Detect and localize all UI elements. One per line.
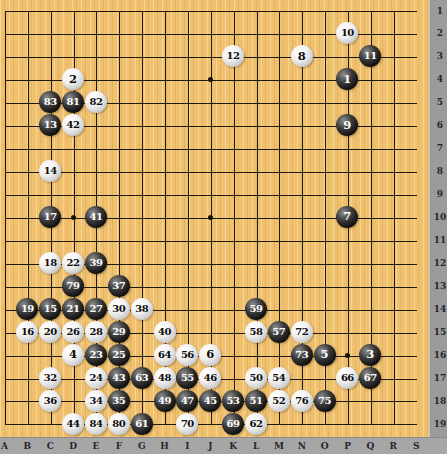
intersection-L1[interactable] — [245, 0, 268, 22]
intersection-Q10[interactable] — [359, 206, 382, 229]
intersection-D9[interactable] — [62, 183, 85, 206]
intersection-C1[interactable] — [39, 0, 62, 22]
stone-black-63[interactable]: 63 — [131, 367, 153, 389]
stone-white-76[interactable]: 76 — [291, 390, 313, 412]
intersection-E12[interactable]: 39 — [85, 252, 108, 275]
intersection-E2[interactable] — [85, 22, 108, 45]
intersection-C11[interactable] — [39, 229, 62, 252]
intersection-F14[interactable]: 30 — [107, 298, 130, 321]
intersection-A4[interactable] — [0, 68, 16, 91]
stone-white-34[interactable]: 34 — [85, 390, 107, 412]
stone-white-20[interactable]: 20 — [39, 321, 61, 343]
stone-black-51[interactable]: 51 — [245, 390, 267, 412]
intersection-R18[interactable] — [382, 389, 405, 412]
stone-black-57[interactable]: 57 — [268, 321, 290, 343]
intersection-I10[interactable] — [176, 206, 199, 229]
intersection-J2[interactable] — [199, 22, 222, 45]
intersection-E14[interactable]: 27 — [85, 298, 108, 321]
intersection-H12[interactable] — [153, 252, 176, 275]
stone-white-52[interactable]: 52 — [268, 390, 290, 412]
intersection-Q3[interactable]: 11 — [359, 45, 382, 68]
intersection-K15[interactable] — [222, 321, 245, 344]
intersection-C15[interactable]: 20 — [39, 321, 62, 344]
intersection-I8[interactable] — [176, 160, 199, 183]
intersection-R4[interactable] — [382, 68, 405, 91]
intersection-B13[interactable] — [16, 275, 39, 298]
intersection-O7[interactable] — [313, 137, 336, 160]
intersection-B1[interactable] — [16, 0, 39, 22]
intersection-H11[interactable] — [153, 229, 176, 252]
intersection-S9[interactable] — [405, 183, 428, 206]
intersection-G5[interactable] — [130, 91, 153, 114]
intersection-D18[interactable] — [62, 389, 85, 412]
intersection-H18[interactable]: 49 — [153, 389, 176, 412]
intersection-B17[interactable] — [16, 367, 39, 390]
intersection-K14[interactable] — [222, 298, 245, 321]
intersection-L15[interactable]: 58 — [245, 321, 268, 344]
intersection-E9[interactable] — [85, 183, 108, 206]
intersection-G12[interactable] — [130, 252, 153, 275]
intersection-N11[interactable] — [290, 229, 313, 252]
intersection-D19[interactable]: 44 — [62, 412, 85, 435]
intersection-S15[interactable] — [405, 321, 428, 344]
intersection-K6[interactable] — [222, 114, 245, 137]
stone-black-15[interactable]: 15 — [39, 298, 61, 320]
intersection-M15[interactable]: 57 — [267, 321, 290, 344]
intersection-J19[interactable] — [199, 412, 222, 435]
intersection-O2[interactable] — [313, 22, 336, 45]
intersection-P14[interactable] — [336, 298, 359, 321]
intersection-N19[interactable] — [290, 412, 313, 435]
intersection-N15[interactable]: 72 — [290, 321, 313, 344]
intersection-P19[interactable] — [336, 412, 359, 435]
intersection-R2[interactable] — [382, 22, 405, 45]
intersection-M7[interactable] — [267, 137, 290, 160]
intersection-H4[interactable] — [153, 68, 176, 91]
stone-black-79[interactable]: 79 — [62, 275, 84, 297]
intersection-O5[interactable] — [313, 91, 336, 114]
intersection-G6[interactable] — [130, 114, 153, 137]
intersection-G7[interactable] — [130, 137, 153, 160]
intersection-O1[interactable] — [313, 0, 336, 22]
stone-black-49[interactable]: 49 — [154, 390, 176, 412]
intersection-S12[interactable] — [405, 252, 428, 275]
intersection-P15[interactable] — [336, 321, 359, 344]
stone-black-67[interactable]: 67 — [359, 367, 381, 389]
intersection-R8[interactable] — [382, 160, 405, 183]
stone-white-12[interactable]: 12 — [222, 45, 244, 67]
intersection-D4[interactable]: 2 — [62, 68, 85, 91]
intersection-Q18[interactable] — [359, 389, 382, 412]
intersection-P2[interactable]: 10 — [336, 22, 359, 45]
intersection-G3[interactable] — [130, 45, 153, 68]
intersection-G2[interactable] — [130, 22, 153, 45]
stone-white-80[interactable]: 80 — [108, 413, 130, 435]
intersection-B16[interactable] — [16, 344, 39, 367]
intersection-B8[interactable] — [16, 160, 39, 183]
intersection-G13[interactable] — [130, 275, 153, 298]
intersection-G8[interactable] — [130, 160, 153, 183]
intersection-G9[interactable] — [130, 183, 153, 206]
intersection-H9[interactable] — [153, 183, 176, 206]
intersection-I15[interactable] — [176, 321, 199, 344]
intersection-Q19[interactable] — [359, 412, 382, 435]
stone-black-27[interactable]: 27 — [85, 298, 107, 320]
stone-black-35[interactable]: 35 — [108, 390, 130, 412]
intersection-N3[interactable]: 8 — [290, 45, 313, 68]
intersection-G19[interactable]: 61 — [130, 412, 153, 435]
intersection-R9[interactable] — [382, 183, 405, 206]
stone-black-1[interactable]: 1 — [336, 68, 358, 90]
intersection-H2[interactable] — [153, 22, 176, 45]
intersection-J11[interactable] — [199, 229, 222, 252]
stone-white-40[interactable]: 40 — [154, 321, 176, 343]
intersection-K1[interactable] — [222, 0, 245, 22]
intersection-C19[interactable] — [39, 412, 62, 435]
intersection-O10[interactable] — [313, 206, 336, 229]
intersection-J6[interactable] — [199, 114, 222, 137]
intersection-B12[interactable] — [16, 252, 39, 275]
intersection-S13[interactable] — [405, 275, 428, 298]
stone-black-43[interactable]: 43 — [108, 367, 130, 389]
intersection-H15[interactable]: 40 — [153, 321, 176, 344]
stone-black-75[interactable]: 75 — [314, 390, 336, 412]
intersection-B2[interactable] — [16, 22, 39, 45]
intersection-F7[interactable] — [107, 137, 130, 160]
intersection-Q11[interactable] — [359, 229, 382, 252]
intersection-L17[interactable]: 50 — [245, 367, 268, 390]
intersection-A1[interactable] — [0, 0, 16, 22]
stone-white-2[interactable]: 2 — [62, 68, 84, 90]
intersection-R1[interactable] — [382, 0, 405, 22]
intersection-S10[interactable] — [405, 206, 428, 229]
intersection-Q14[interactable] — [359, 298, 382, 321]
intersection-H10[interactable] — [153, 206, 176, 229]
intersection-A14[interactable] — [0, 298, 16, 321]
intersection-B3[interactable] — [16, 45, 39, 68]
intersection-A12[interactable] — [0, 252, 16, 275]
intersection-D14[interactable]: 21 — [62, 298, 85, 321]
intersection-C10[interactable]: 17 — [39, 206, 62, 229]
intersection-C4[interactable] — [39, 68, 62, 91]
stone-white-42[interactable]: 42 — [62, 114, 84, 136]
intersection-J12[interactable] — [199, 252, 222, 275]
intersection-A5[interactable] — [0, 91, 16, 114]
intersection-I9[interactable] — [176, 183, 199, 206]
intersection-I4[interactable] — [176, 68, 199, 91]
intersection-D3[interactable] — [62, 45, 85, 68]
intersection-D17[interactable] — [62, 367, 85, 390]
stone-white-28[interactable]: 28 — [85, 321, 107, 343]
intersection-A8[interactable] — [0, 160, 16, 183]
intersection-L18[interactable]: 51 — [245, 389, 268, 412]
intersection-J5[interactable] — [199, 91, 222, 114]
intersection-H1[interactable] — [153, 0, 176, 22]
intersection-C18[interactable]: 36 — [39, 389, 62, 412]
intersection-S4[interactable] — [405, 68, 428, 91]
intersection-O12[interactable] — [313, 252, 336, 275]
intersection-N10[interactable] — [290, 206, 313, 229]
intersection-D10[interactable] — [62, 206, 85, 229]
intersection-L6[interactable] — [245, 114, 268, 137]
stone-black-37[interactable]: 37 — [108, 275, 130, 297]
intersection-G18[interactable] — [130, 389, 153, 412]
stone-black-3[interactable]: 3 — [359, 344, 381, 366]
stone-white-56[interactable]: 56 — [176, 344, 198, 366]
intersection-R12[interactable] — [382, 252, 405, 275]
intersection-A17[interactable] — [0, 367, 16, 390]
intersection-I18[interactable]: 47 — [176, 389, 199, 412]
intersection-H5[interactable] — [153, 91, 176, 114]
intersection-P16[interactable] — [336, 344, 359, 367]
stone-black-61[interactable]: 61 — [131, 413, 153, 435]
stone-white-46[interactable]: 46 — [199, 367, 221, 389]
intersection-P13[interactable] — [336, 275, 359, 298]
intersection-D2[interactable] — [62, 22, 85, 45]
intersection-M5[interactable] — [267, 91, 290, 114]
intersection-H13[interactable] — [153, 275, 176, 298]
intersection-I19[interactable]: 70 — [176, 412, 199, 435]
stone-white-38[interactable]: 38 — [131, 298, 153, 320]
intersection-J13[interactable] — [199, 275, 222, 298]
intersection-Q13[interactable] — [359, 275, 382, 298]
intersection-A13[interactable] — [0, 275, 16, 298]
intersection-E13[interactable] — [85, 275, 108, 298]
intersection-N7[interactable] — [290, 137, 313, 160]
intersection-M10[interactable] — [267, 206, 290, 229]
intersection-C2[interactable] — [39, 22, 62, 45]
intersection-R13[interactable] — [382, 275, 405, 298]
stone-white-72[interactable]: 72 — [291, 321, 313, 343]
stone-white-82[interactable]: 82 — [85, 91, 107, 113]
intersection-N13[interactable] — [290, 275, 313, 298]
intersection-G14[interactable]: 38 — [130, 298, 153, 321]
stone-black-81[interactable]: 81 — [62, 91, 84, 113]
intersection-S19[interactable] — [405, 412, 428, 435]
stone-black-41[interactable]: 41 — [85, 206, 107, 228]
intersection-A19[interactable] — [0, 412, 16, 435]
intersection-P1[interactable] — [336, 0, 359, 22]
stone-white-58[interactable]: 58 — [245, 321, 267, 343]
intersection-Q8[interactable] — [359, 160, 382, 183]
stone-black-73[interactable]: 73 — [291, 344, 313, 366]
intersection-N1[interactable] — [290, 0, 313, 22]
intersection-Q12[interactable] — [359, 252, 382, 275]
intersection-P3[interactable] — [336, 45, 359, 68]
intersection-C5[interactable]: 83 — [39, 91, 62, 114]
intersection-L7[interactable] — [245, 137, 268, 160]
intersection-D13[interactable]: 79 — [62, 275, 85, 298]
intersection-G1[interactable] — [130, 0, 153, 22]
intersection-K19[interactable]: 69 — [222, 412, 245, 435]
intersection-O6[interactable] — [313, 114, 336, 137]
intersection-A7[interactable] — [0, 137, 16, 160]
intersection-I6[interactable] — [176, 114, 199, 137]
intersection-G16[interactable] — [130, 344, 153, 367]
intersection-I16[interactable]: 56 — [176, 344, 199, 367]
intersection-F18[interactable]: 35 — [107, 389, 130, 412]
intersection-I3[interactable] — [176, 45, 199, 68]
intersection-M11[interactable] — [267, 229, 290, 252]
intersection-E6[interactable] — [85, 114, 108, 137]
intersection-A2[interactable] — [0, 22, 16, 45]
stone-white-24[interactable]: 24 — [85, 367, 107, 389]
intersection-H19[interactable] — [153, 412, 176, 435]
intersection-H17[interactable]: 48 — [153, 367, 176, 390]
stone-black-47[interactable]: 47 — [176, 390, 198, 412]
intersection-N18[interactable]: 76 — [290, 389, 313, 412]
stone-black-7[interactable]: 7 — [336, 206, 358, 228]
intersection-B7[interactable] — [16, 137, 39, 160]
intersection-D11[interactable] — [62, 229, 85, 252]
intersection-R6[interactable] — [382, 114, 405, 137]
intersection-R17[interactable] — [382, 367, 405, 390]
intersection-Q17[interactable]: 67 — [359, 367, 382, 390]
intersection-N14[interactable] — [290, 298, 313, 321]
intersection-K3[interactable]: 12 — [222, 45, 245, 68]
intersection-R16[interactable] — [382, 344, 405, 367]
intersection-R3[interactable] — [382, 45, 405, 68]
intersection-I13[interactable] — [176, 275, 199, 298]
intersection-F10[interactable] — [107, 206, 130, 229]
stone-black-23[interactable]: 23 — [85, 344, 107, 366]
stone-white-36[interactable]: 36 — [39, 390, 61, 412]
intersection-D7[interactable] — [62, 137, 85, 160]
intersection-L9[interactable] — [245, 183, 268, 206]
intersection-D6[interactable]: 42 — [62, 114, 85, 137]
intersection-H16[interactable]: 64 — [153, 344, 176, 367]
intersection-E11[interactable] — [85, 229, 108, 252]
intersection-M9[interactable] — [267, 183, 290, 206]
intersection-S5[interactable] — [405, 91, 428, 114]
intersection-M17[interactable]: 54 — [267, 367, 290, 390]
stone-white-30[interactable]: 30 — [108, 298, 130, 320]
intersection-F15[interactable]: 29 — [107, 321, 130, 344]
intersection-A16[interactable] — [0, 344, 16, 367]
intersection-P6[interactable]: 9 — [336, 114, 359, 137]
intersection-Q7[interactable] — [359, 137, 382, 160]
intersection-E18[interactable]: 34 — [85, 389, 108, 412]
intersection-P17[interactable]: 66 — [336, 367, 359, 390]
stone-white-54[interactable]: 54 — [268, 367, 290, 389]
intersection-F4[interactable] — [107, 68, 130, 91]
intersection-O19[interactable] — [313, 412, 336, 435]
stone-white-16[interactable]: 16 — [16, 321, 38, 343]
intersection-O15[interactable] — [313, 321, 336, 344]
stone-black-39[interactable]: 39 — [85, 252, 107, 274]
intersection-K18[interactable]: 53 — [222, 389, 245, 412]
intersection-N6[interactable] — [290, 114, 313, 137]
intersection-J18[interactable]: 45 — [199, 389, 222, 412]
intersection-M12[interactable] — [267, 252, 290, 275]
stone-white-26[interactable]: 26 — [62, 321, 84, 343]
intersection-A15[interactable] — [0, 321, 16, 344]
intersection-F9[interactable] — [107, 183, 130, 206]
intersection-N16[interactable]: 73 — [290, 344, 313, 367]
intersection-S1[interactable] — [405, 0, 428, 22]
intersection-E10[interactable]: 41 — [85, 206, 108, 229]
intersection-M2[interactable] — [267, 22, 290, 45]
intersection-R19[interactable] — [382, 412, 405, 435]
intersection-N8[interactable] — [290, 160, 313, 183]
intersection-N4[interactable] — [290, 68, 313, 91]
intersection-P12[interactable] — [336, 252, 359, 275]
intersection-D1[interactable] — [62, 0, 85, 22]
stone-white-48[interactable]: 48 — [154, 367, 176, 389]
intersection-Q9[interactable] — [359, 183, 382, 206]
intersection-N9[interactable] — [290, 183, 313, 206]
intersection-B4[interactable] — [16, 68, 39, 91]
stone-black-21[interactable]: 21 — [62, 298, 84, 320]
intersection-A18[interactable] — [0, 389, 16, 412]
intersection-E16[interactable]: 23 — [85, 344, 108, 367]
intersection-F8[interactable] — [107, 160, 130, 183]
intersection-A3[interactable] — [0, 45, 16, 68]
intersection-C14[interactable]: 15 — [39, 298, 62, 321]
intersection-L8[interactable] — [245, 160, 268, 183]
intersection-S2[interactable] — [405, 22, 428, 45]
stone-black-9[interactable]: 9 — [336, 114, 358, 136]
intersection-P5[interactable] — [336, 91, 359, 114]
intersection-G4[interactable] — [130, 68, 153, 91]
intersection-S17[interactable] — [405, 367, 428, 390]
stone-black-53[interactable]: 53 — [222, 390, 244, 412]
intersection-L5[interactable] — [245, 91, 268, 114]
intersection-F19[interactable]: 80 — [107, 412, 130, 435]
stone-white-44[interactable]: 44 — [62, 413, 84, 435]
intersection-Q1[interactable] — [359, 0, 382, 22]
intersection-D5[interactable]: 81 — [62, 91, 85, 114]
intersection-O14[interactable] — [313, 298, 336, 321]
intersection-J16[interactable]: 6 — [199, 344, 222, 367]
intersection-O18[interactable]: 75 — [313, 389, 336, 412]
intersection-P18[interactable] — [336, 389, 359, 412]
intersection-J3[interactable] — [199, 45, 222, 68]
intersection-C8[interactable]: 14 — [39, 160, 62, 183]
intersection-F11[interactable] — [107, 229, 130, 252]
intersection-G10[interactable] — [130, 206, 153, 229]
intersection-I11[interactable] — [176, 229, 199, 252]
intersection-E15[interactable]: 28 — [85, 321, 108, 344]
stone-white-22[interactable]: 22 — [62, 252, 84, 274]
intersection-M14[interactable] — [267, 298, 290, 321]
stone-white-66[interactable]: 66 — [336, 367, 358, 389]
intersection-L3[interactable] — [245, 45, 268, 68]
intersection-J4[interactable] — [199, 68, 222, 91]
intersection-I14[interactable] — [176, 298, 199, 321]
intersection-B19[interactable] — [16, 412, 39, 435]
intersection-H14[interactable] — [153, 298, 176, 321]
intersection-E5[interactable]: 82 — [85, 91, 108, 114]
intersection-F2[interactable] — [107, 22, 130, 45]
stone-black-29[interactable]: 29 — [108, 321, 130, 343]
intersection-I2[interactable] — [176, 22, 199, 45]
intersection-B10[interactable] — [16, 206, 39, 229]
intersection-E8[interactable] — [85, 160, 108, 183]
intersection-L10[interactable] — [245, 206, 268, 229]
stone-black-19[interactable]: 19 — [16, 298, 38, 320]
stone-black-5[interactable]: 5 — [314, 344, 336, 366]
intersection-S6[interactable] — [405, 114, 428, 137]
intersection-C9[interactable] — [39, 183, 62, 206]
intersection-S11[interactable] — [405, 229, 428, 252]
intersection-H7[interactable] — [153, 137, 176, 160]
stone-white-18[interactable]: 18 — [39, 252, 61, 274]
stone-black-83[interactable]: 83 — [39, 91, 61, 113]
intersection-N17[interactable] — [290, 367, 313, 390]
intersection-C3[interactable] — [39, 45, 62, 68]
intersection-L2[interactable] — [245, 22, 268, 45]
